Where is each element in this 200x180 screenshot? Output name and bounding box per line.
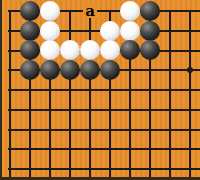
empty-intersection[interactable] xyxy=(140,159,160,179)
white-stone-glyph xyxy=(120,21,140,41)
white-stone-glyph xyxy=(80,40,100,60)
empty-intersection[interactable] xyxy=(80,80,100,100)
white-stone xyxy=(40,1,60,21)
empty-intersection[interactable] xyxy=(160,21,180,41)
black-stone xyxy=(20,41,40,61)
empty-intersection[interactable] xyxy=(0,139,20,159)
point-label-a[interactable]: a xyxy=(80,1,100,21)
empty-intersection[interactable] xyxy=(160,120,180,140)
empty-intersection[interactable] xyxy=(0,21,20,41)
empty-intersection[interactable] xyxy=(180,139,200,159)
black-stone xyxy=(20,60,40,80)
black-stone xyxy=(20,1,40,21)
empty-intersection[interactable] xyxy=(60,100,80,120)
black-stone xyxy=(80,60,100,80)
white-stone xyxy=(100,21,120,41)
empty-intersection[interactable] xyxy=(120,139,140,159)
empty-intersection[interactable] xyxy=(80,159,100,179)
black-stone-glyph xyxy=(140,21,160,41)
empty-intersection[interactable] xyxy=(180,1,200,21)
empty-intersection[interactable] xyxy=(120,60,140,80)
empty-intersection[interactable] xyxy=(180,120,200,140)
black-stone-glyph xyxy=(120,40,140,60)
board-bottom-border xyxy=(0,177,200,180)
empty-intersection[interactable] xyxy=(180,159,200,179)
empty-intersection[interactable] xyxy=(0,80,20,100)
black-stone-glyph xyxy=(20,40,40,60)
empty-intersection[interactable] xyxy=(40,80,60,100)
empty-intersection[interactable] xyxy=(140,139,160,159)
empty-intersection[interactable] xyxy=(0,120,20,140)
empty-intersection[interactable] xyxy=(160,80,180,100)
white-stone xyxy=(120,21,140,41)
empty-intersection[interactable] xyxy=(40,120,60,140)
white-stone-glyph xyxy=(40,40,60,60)
black-stone-glyph xyxy=(100,60,120,80)
empty-intersection[interactable] xyxy=(20,139,40,159)
black-stone xyxy=(100,60,120,80)
empty-intersection[interactable] xyxy=(140,120,160,140)
empty-intersection[interactable] xyxy=(140,100,160,120)
empty-intersection[interactable] xyxy=(140,80,160,100)
black-stone-glyph xyxy=(60,60,80,80)
black-stone xyxy=(20,21,40,41)
white-stone xyxy=(60,41,80,61)
white-stone-glyph xyxy=(120,1,140,21)
white-stone xyxy=(40,41,60,61)
black-stone xyxy=(140,21,160,41)
black-stone xyxy=(40,60,60,80)
empty-intersection[interactable] xyxy=(160,1,180,21)
empty-intersection[interactable] xyxy=(0,41,20,61)
black-stone xyxy=(60,60,80,80)
empty-intersection[interactable] xyxy=(140,60,160,80)
empty-intersection[interactable] xyxy=(0,1,20,21)
black-stone-glyph xyxy=(20,1,40,21)
empty-intersection[interactable] xyxy=(100,80,120,100)
black-stone-glyph xyxy=(20,60,40,80)
empty-intersection[interactable] xyxy=(160,41,180,61)
empty-intersection[interactable] xyxy=(160,139,180,159)
white-stone xyxy=(80,41,100,61)
empty-intersection[interactable] xyxy=(60,80,80,100)
empty-intersection[interactable] xyxy=(20,100,40,120)
empty-intersection[interactable] xyxy=(180,100,200,120)
empty-intersection[interactable] xyxy=(0,60,20,80)
white-stone xyxy=(40,21,60,41)
empty-intersection[interactable] xyxy=(20,80,40,100)
empty-intersection[interactable] xyxy=(100,120,120,140)
empty-intersection[interactable] xyxy=(100,139,120,159)
black-stone-glyph xyxy=(140,40,160,60)
black-stone-glyph xyxy=(80,60,100,80)
empty-intersection[interactable] xyxy=(160,159,180,179)
empty-intersection[interactable] xyxy=(60,139,80,159)
empty-intersection[interactable] xyxy=(60,21,80,41)
empty-intersection[interactable] xyxy=(120,120,140,140)
empty-intersection[interactable] xyxy=(160,100,180,120)
empty-intersection[interactable] xyxy=(120,100,140,120)
empty-intersection[interactable] xyxy=(0,100,20,120)
empty-intersection[interactable] xyxy=(60,1,80,21)
empty-intersection[interactable] xyxy=(120,159,140,179)
empty-intersection[interactable] xyxy=(80,120,100,140)
white-stone-glyph xyxy=(100,40,120,60)
empty-intersection[interactable] xyxy=(60,120,80,140)
empty-intersection[interactable] xyxy=(180,21,200,41)
empty-intersection[interactable] xyxy=(80,139,100,159)
empty-intersection[interactable] xyxy=(0,159,20,179)
white-stone-glyph xyxy=(40,21,60,41)
empty-intersection[interactable] xyxy=(100,159,120,179)
empty-intersection[interactable] xyxy=(100,1,120,21)
empty-intersection[interactable] xyxy=(40,139,60,159)
white-stone xyxy=(100,41,120,61)
empty-intersection[interactable] xyxy=(180,80,200,100)
point-label-text: a xyxy=(83,4,97,18)
empty-intersection[interactable] xyxy=(120,80,140,100)
empty-intersection[interactable] xyxy=(180,60,200,80)
black-stone xyxy=(140,41,160,61)
empty-intersection[interactable] xyxy=(180,41,200,61)
go-diagram: a xyxy=(0,0,200,180)
empty-intersection[interactable] xyxy=(20,120,40,140)
black-stone-glyph xyxy=(140,1,160,21)
white-stone-glyph xyxy=(40,1,60,21)
white-stone xyxy=(120,1,140,21)
empty-intersection[interactable] xyxy=(60,159,80,179)
empty-intersection[interactable] xyxy=(40,100,60,120)
empty-intersection[interactable] xyxy=(40,159,60,179)
empty-intersection[interactable] xyxy=(80,100,100,120)
black-stone-glyph xyxy=(20,21,40,41)
white-stone-glyph xyxy=(60,40,80,60)
white-stone-glyph xyxy=(100,21,120,41)
black-stone xyxy=(140,1,160,21)
board-left-border xyxy=(0,0,2,180)
board-grid: a xyxy=(0,1,200,179)
empty-intersection[interactable] xyxy=(100,100,120,120)
empty-intersection[interactable] xyxy=(160,60,180,80)
empty-intersection[interactable] xyxy=(80,21,100,41)
black-stone-glyph xyxy=(40,60,60,80)
empty-intersection[interactable] xyxy=(20,159,40,179)
black-stone xyxy=(120,41,140,61)
